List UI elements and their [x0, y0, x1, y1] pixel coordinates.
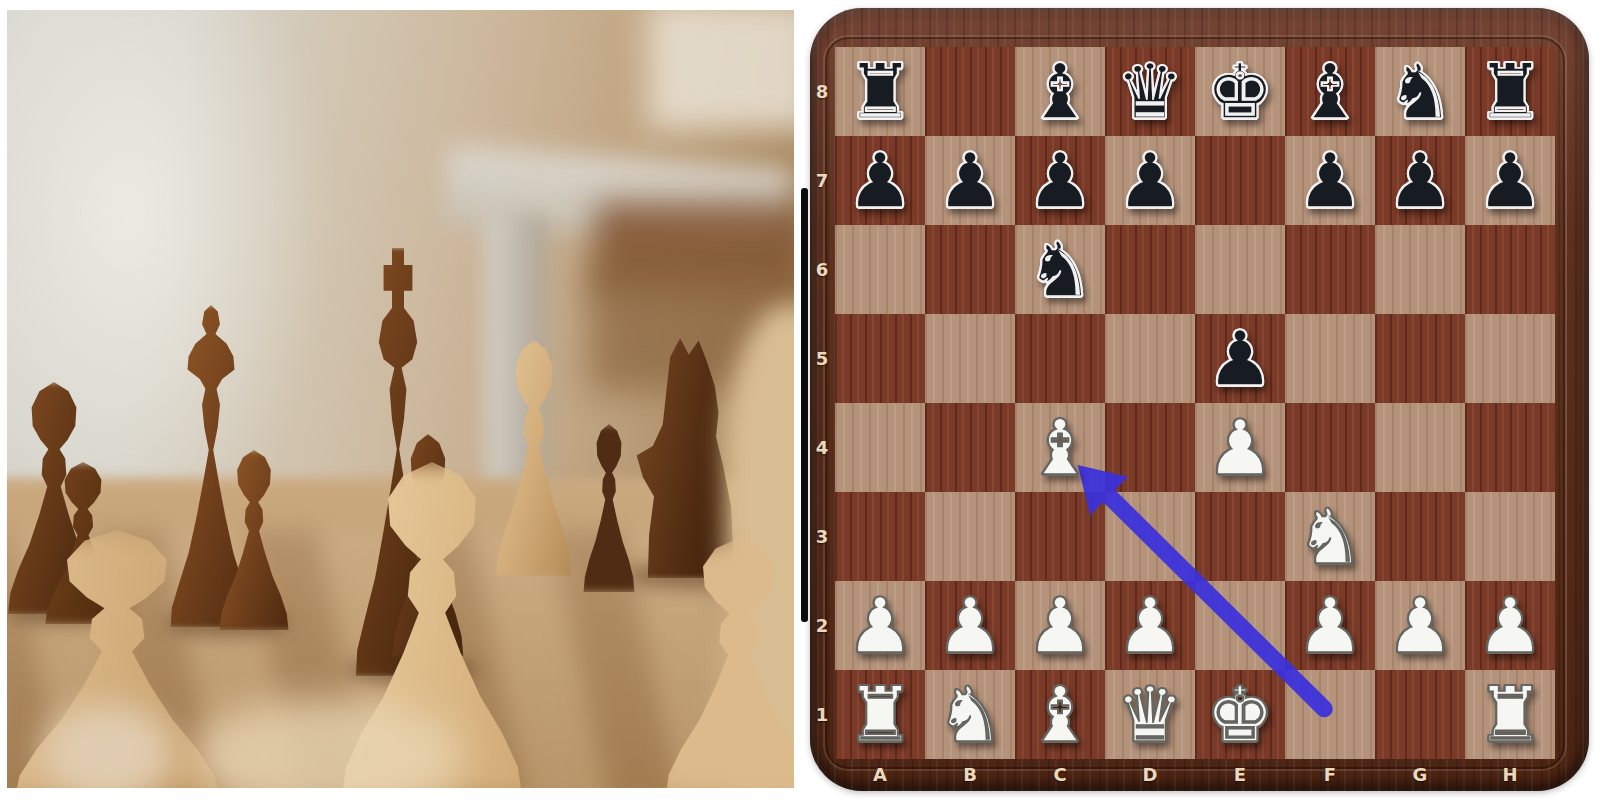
rank-label-5: 5	[810, 314, 834, 403]
square-h8[interactable]: ♜	[1465, 47, 1555, 136]
left-edge-bar	[801, 188, 808, 622]
square-e8[interactable]: ♚	[1195, 47, 1285, 136]
square-g8[interactable]: ♞	[1375, 47, 1465, 136]
file-label-B: B	[925, 760, 1015, 788]
square-f4[interactable]	[1285, 403, 1375, 492]
rank-labels: 87654321	[810, 47, 834, 759]
piece-white-pawn-c2[interactable]: ♟	[1015, 581, 1105, 670]
piece-black-rook-h8[interactable]: ♜	[1465, 47, 1555, 136]
square-h5[interactable]	[1465, 314, 1555, 403]
piece-black-pawn-f7[interactable]: ♟	[1285, 136, 1375, 225]
square-c3[interactable]	[1015, 492, 1105, 581]
piece-white-knight-f3[interactable]: ♞	[1285, 492, 1375, 581]
file-labels: ABCDEFGH	[835, 760, 1555, 788]
square-c8[interactable]: ♝	[1015, 47, 1105, 136]
piece-black-pawn-d7[interactable]: ♟	[1105, 136, 1195, 225]
square-b8[interactable]	[925, 47, 1015, 136]
square-c5[interactable]	[1015, 314, 1105, 403]
square-d5[interactable]	[1105, 314, 1195, 403]
rank-label-4: 4	[810, 403, 834, 492]
square-b3[interactable]	[925, 492, 1015, 581]
square-c7[interactable]: ♟	[1015, 136, 1105, 225]
rank-label-2: 2	[810, 581, 834, 670]
square-a8[interactable]: ♜	[835, 47, 925, 136]
piece-white-bishop-c1[interactable]: ♝	[1015, 670, 1105, 759]
piece-white-pawn-f2[interactable]: ♟	[1285, 581, 1375, 670]
square-e7[interactable]	[1195, 136, 1285, 225]
rank-label-7: 7	[810, 136, 834, 225]
square-b5[interactable]	[925, 314, 1015, 403]
square-b6[interactable]	[925, 225, 1015, 314]
square-h7[interactable]: ♟	[1465, 136, 1555, 225]
piece-white-knight-b1[interactable]: ♞	[925, 670, 1015, 759]
square-e6[interactable]	[1195, 225, 1285, 314]
photo-background-shelf	[647, 10, 794, 130]
file-label-C: C	[1015, 760, 1105, 788]
square-f1[interactable]	[1285, 670, 1375, 759]
rank-label-6: 6	[810, 225, 834, 314]
square-b7[interactable]: ♟	[925, 136, 1015, 225]
piece-black-pawn-h7[interactable]: ♟	[1465, 136, 1555, 225]
square-c6[interactable]: ♞	[1015, 225, 1105, 314]
square-e1[interactable]: ♚	[1195, 670, 1285, 759]
file-label-G: G	[1375, 760, 1465, 788]
piece-white-rook-a1[interactable]: ♜	[835, 670, 925, 759]
square-f2[interactable]: ♟	[1285, 581, 1375, 670]
piece-black-pawn-c7[interactable]: ♟	[1015, 136, 1105, 225]
square-g2[interactable]: ♟	[1375, 581, 1465, 670]
piece-black-pawn-b7[interactable]: ♟	[925, 136, 1015, 225]
square-a4[interactable]	[835, 403, 925, 492]
square-f7[interactable]: ♟	[1285, 136, 1375, 225]
piece-white-pawn-g2[interactable]: ♟	[1375, 581, 1465, 670]
square-e2[interactable]	[1195, 581, 1285, 670]
piece-white-pawn-b2[interactable]: ♟	[925, 581, 1015, 670]
file-label-F: F	[1285, 760, 1375, 788]
square-h1[interactable]: ♜	[1465, 670, 1555, 759]
square-e3[interactable]	[1195, 492, 1285, 581]
square-f5[interactable]	[1285, 314, 1375, 403]
piece-white-king-e1[interactable]: ♚	[1195, 670, 1285, 759]
square-c1[interactable]: ♝	[1015, 670, 1105, 759]
piece-white-bishop-c4[interactable]: ♝	[1015, 403, 1105, 492]
square-g6[interactable]	[1375, 225, 1465, 314]
square-c2[interactable]: ♟	[1015, 581, 1105, 670]
square-h6[interactable]	[1465, 225, 1555, 314]
square-f6[interactable]	[1285, 225, 1375, 314]
file-label-D: D	[1105, 760, 1195, 788]
square-h2[interactable]: ♟	[1465, 581, 1555, 670]
square-a5[interactable]	[835, 314, 925, 403]
square-b2[interactable]: ♟	[925, 581, 1015, 670]
square-g4[interactable]	[1375, 403, 1465, 492]
square-d7[interactable]: ♟	[1105, 136, 1195, 225]
square-e5[interactable]: ♟	[1195, 314, 1285, 403]
square-f3[interactable]: ♞	[1285, 492, 1375, 581]
piece-black-pawn-a7[interactable]: ♟	[835, 136, 925, 225]
screenshot: ♜♝♛♚♝♞♜♟♟♟♟♟♟♟♞♟♝♟♞♟♟♟♟♟♟♟♜♞♝♛♚♜ 8765432…	[0, 0, 1600, 800]
square-d6[interactable]	[1105, 225, 1195, 314]
piece-white-rook-h1[interactable]: ♜	[1465, 670, 1555, 759]
file-label-E: E	[1195, 760, 1285, 788]
square-d1[interactable]: ♛	[1105, 670, 1195, 759]
board-grid: ♜♝♛♚♝♞♜♟♟♟♟♟♟♟♞♟♝♟♞♟♟♟♟♟♟♟♜♞♝♛♚♜	[835, 47, 1555, 759]
square-a1[interactable]: ♜	[835, 670, 925, 759]
piece-black-queen-d8[interactable]: ♛	[1105, 47, 1195, 136]
square-g5[interactable]	[1375, 314, 1465, 403]
square-d2[interactable]: ♟	[1105, 581, 1195, 670]
piece-white-pawn-d2[interactable]: ♟	[1105, 581, 1195, 670]
rank-label-8: 8	[810, 47, 834, 136]
rank-label-1: 1	[810, 670, 834, 759]
square-a6[interactable]	[835, 225, 925, 314]
square-g7[interactable]: ♟	[1375, 136, 1465, 225]
square-f8[interactable]: ♝	[1285, 47, 1375, 136]
piece-white-pawn-h2[interactable]: ♟	[1465, 581, 1555, 670]
piece-black-pawn-e5[interactable]: ♟	[1195, 314, 1285, 403]
piece-white-queen-d1[interactable]: ♛	[1105, 670, 1195, 759]
piece-black-knight-g8[interactable]: ♞	[1375, 47, 1465, 136]
piece-black-king-e8[interactable]: ♚	[1195, 47, 1285, 136]
square-h3[interactable]	[1465, 492, 1555, 581]
square-g1[interactable]	[1375, 670, 1465, 759]
rank-label-3: 3	[810, 492, 834, 581]
file-label-H: H	[1465, 760, 1555, 788]
piece-black-pawn-g7[interactable]: ♟	[1375, 136, 1465, 225]
square-d3[interactable]	[1105, 492, 1195, 581]
piece-white-pawn-a2[interactable]: ♟	[835, 581, 925, 670]
square-d4[interactable]	[1105, 403, 1195, 492]
square-b1[interactable]: ♞	[925, 670, 1015, 759]
square-b4[interactable]	[925, 403, 1015, 492]
square-a3[interactable]	[835, 492, 925, 581]
file-label-A: A	[835, 760, 925, 788]
square-d8[interactable]: ♛	[1105, 47, 1195, 136]
square-c4[interactable]: ♝	[1015, 403, 1105, 492]
square-h4[interactable]	[1465, 403, 1555, 492]
chess-photo	[7, 10, 794, 788]
piece-black-bishop-f8[interactable]: ♝	[1285, 47, 1375, 136]
square-e4[interactable]: ♟	[1195, 403, 1285, 492]
square-g3[interactable]	[1375, 492, 1465, 581]
square-a2[interactable]: ♟	[835, 581, 925, 670]
piece-white-pawn-e4[interactable]: ♟	[1195, 403, 1285, 492]
piece-black-knight-c6[interactable]: ♞	[1015, 225, 1105, 314]
piece-black-rook-a8[interactable]: ♜	[835, 47, 925, 136]
piece-black-bishop-c8[interactable]: ♝	[1015, 47, 1105, 136]
square-a7[interactable]: ♟	[835, 136, 925, 225]
